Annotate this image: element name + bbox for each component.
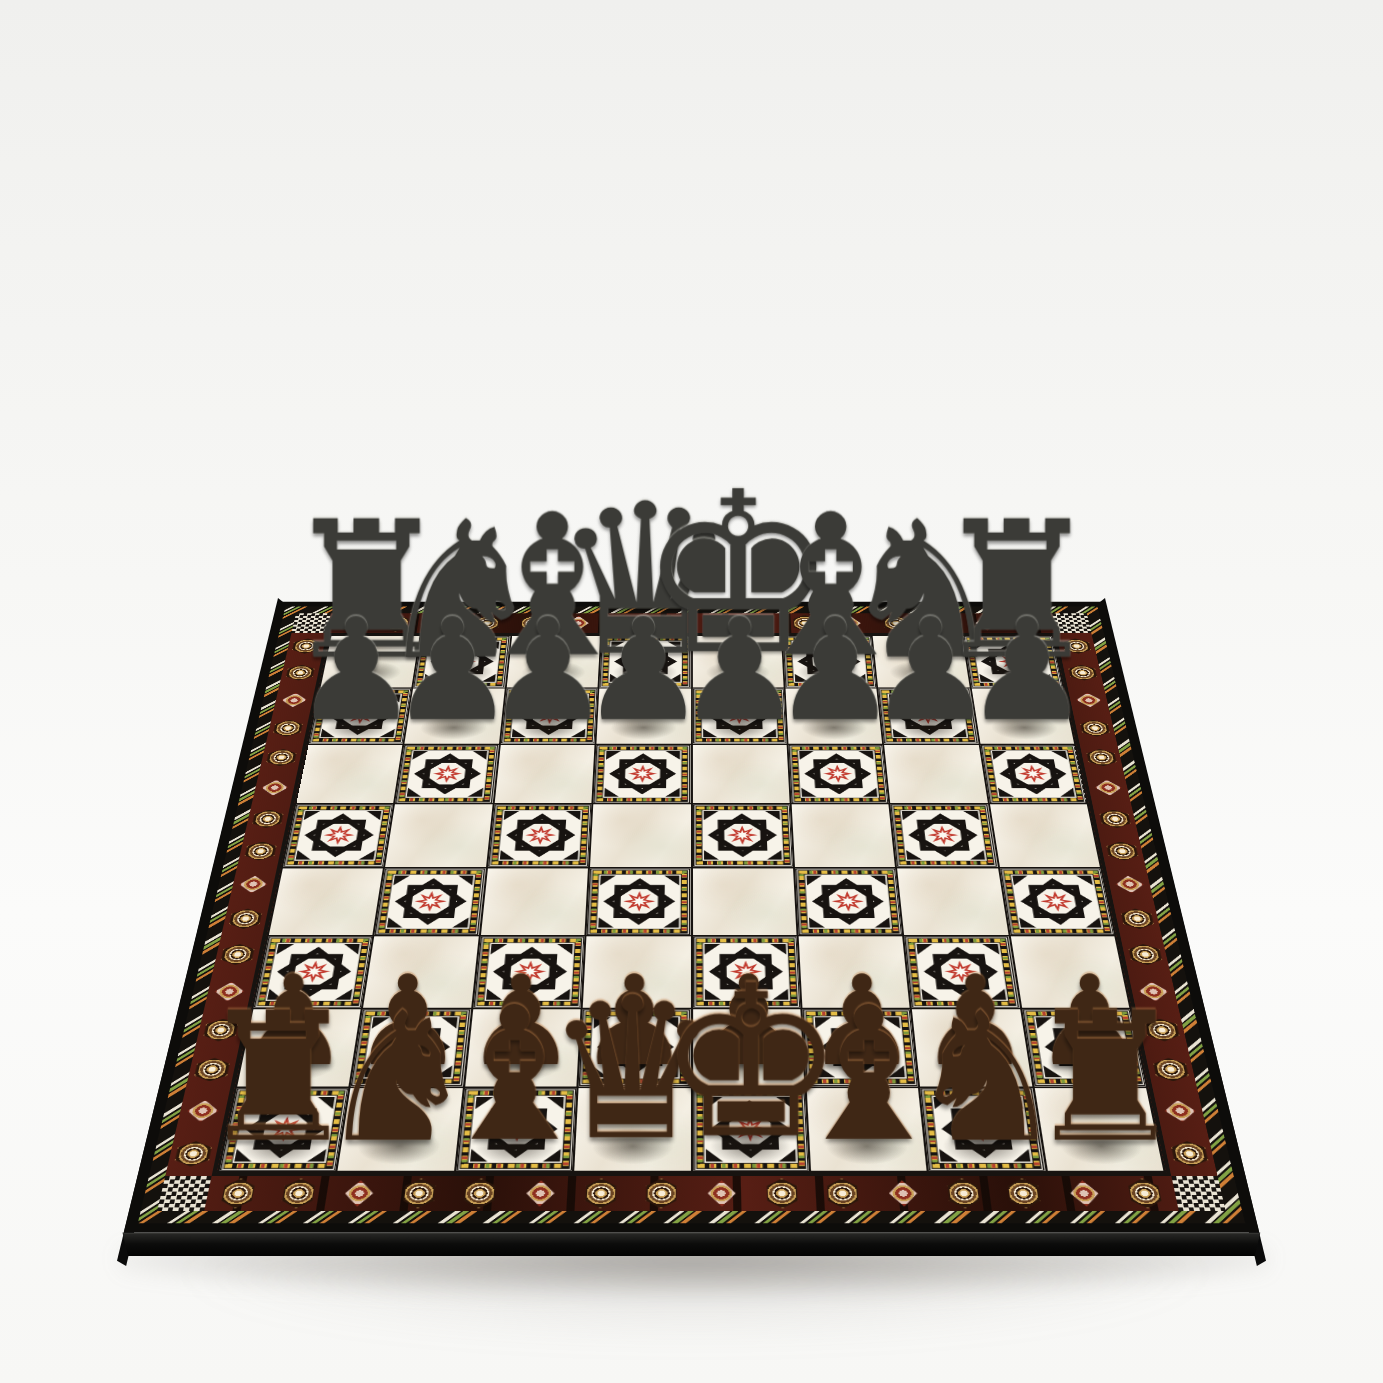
hexagon-rosette-medallion — [1060, 638, 1094, 653]
hexagon-rosette-medallion — [400, 1179, 439, 1209]
square-f4[interactable] — [795, 868, 902, 935]
chess-board: ♜♞♝♛♚♝♞♜♟♟♟♟♟♟♟♟♟♟♟♟♟♟♟♟♜♞♝♛♚♝♞♜ — [124, 602, 1260, 1233]
diamond-motif — [277, 692, 312, 708]
square-f5[interactable] — [792, 804, 896, 866]
hexagon-rosette-medallion — [656, 615, 682, 632]
hexagon-rosette-medallion — [270, 720, 305, 737]
hexagon-rosette-medallion — [1118, 909, 1157, 929]
square-d5[interactable] — [590, 804, 690, 866]
square-g6[interactable] — [884, 745, 987, 803]
diamond-motif — [1090, 779, 1127, 797]
square-a6[interactable] — [296, 745, 402, 803]
diamond-motif — [428, 615, 457, 632]
hexagon-rosette-medallion — [1125, 1179, 1166, 1209]
diamond-motif — [564, 615, 591, 632]
diamond-motif — [704, 1179, 739, 1209]
hexagon-rosette-medallion — [791, 615, 818, 632]
square-c5[interactable] — [488, 804, 592, 866]
hexagon-rosette-medallion — [249, 810, 286, 828]
hexagon-rosette-medallion — [1103, 842, 1141, 861]
square-h1[interactable]: ♜ — [1034, 1088, 1163, 1171]
border-corner-mosaic — [1171, 1176, 1225, 1211]
hexagon-rosette-medallion — [1017, 615, 1047, 632]
hexagon-rosette-medallion — [263, 749, 299, 766]
square-d4[interactable] — [587, 868, 691, 935]
hexagon-rosette-medallion — [1097, 810, 1134, 828]
diamond-motif — [234, 875, 273, 895]
square-c6[interactable] — [494, 745, 594, 803]
board-front-face — [122, 1232, 1260, 1255]
square-h7[interactable]: ♟ — [971, 689, 1074, 744]
border-corner-mosaic — [292, 613, 331, 633]
hexagon-rosette-medallion — [764, 1179, 800, 1209]
diamond-motif — [522, 1179, 559, 1209]
hexagon-rosette-medallion — [1004, 1179, 1043, 1209]
hexagon-rosette-medallion — [746, 615, 773, 632]
hexagon-rosette-medallion — [824, 1179, 861, 1209]
diamond-motif — [972, 615, 1001, 632]
hexagon-rosette-medallion — [1084, 749, 1120, 766]
square-g4[interactable] — [897, 868, 1008, 935]
square-e6[interactable] — [692, 745, 789, 803]
square-g5[interactable] — [891, 804, 998, 866]
hexagon-rosette-medallion — [278, 1179, 318, 1209]
square-h6[interactable] — [980, 745, 1086, 803]
hexagon-rosette-medallion — [643, 1179, 678, 1209]
border-corner-mosaic — [157, 1176, 211, 1211]
hexagon-rosette-medallion — [519, 615, 547, 632]
hexagon-rosette-medallion — [473, 615, 501, 632]
photo-background: ♜♞♝♛♚♝♞♜♟♟♟♟♟♟♟♟♟♟♟♟♟♟♟♟♜♞♝♛♚♝♞♜ — [0, 0, 1383, 1383]
hexagon-rosette-medallion — [583, 1179, 619, 1209]
hexagon-rosette-medallion — [1066, 665, 1100, 681]
square-d6[interactable] — [593, 745, 690, 803]
border-corner-mosaic — [1052, 613, 1091, 633]
square-e5[interactable] — [692, 804, 792, 866]
diamond-motif — [701, 615, 727, 632]
board-scene: ♜♞♝♛♚♝♞♜♟♟♟♟♟♟♟♟♟♟♟♟♟♟♟♟♜♞♝♛♚♝♞♜ — [124, 602, 1260, 1233]
hexagon-rosette-medallion — [944, 1179, 983, 1209]
diamond-motif — [1072, 692, 1107, 708]
piece-white-rook[interactable]: ♜ — [1025, 989, 1185, 1168]
square-h4[interactable] — [1000, 868, 1114, 935]
hexagon-rosette-medallion — [1078, 720, 1113, 737]
hexagon-rosette-medallion — [226, 909, 265, 929]
square-b6[interactable] — [395, 745, 498, 803]
hexagon-rosette-medallion — [289, 638, 323, 653]
medallion-strip-bottom — [204, 1176, 1179, 1211]
hexagon-rosette-medallion — [881, 615, 909, 632]
diamond-motif — [836, 615, 864, 632]
hexagon-rosette-medallion — [927, 615, 956, 632]
hexagon-rosette-medallion — [283, 665, 317, 681]
hexagon-rosette-medallion — [382, 615, 411, 632]
square-a5[interactable] — [283, 804, 393, 866]
square-f6[interactable] — [788, 745, 888, 803]
hexagon-rosette-medallion — [610, 615, 637, 632]
square-b5[interactable] — [385, 804, 492, 866]
hexagon-rosette-medallion — [242, 842, 280, 861]
diamond-motif — [256, 779, 293, 797]
square-c4[interactable] — [481, 868, 588, 935]
square-h5[interactable] — [990, 804, 1100, 866]
diamond-motif — [884, 1179, 922, 1209]
diamond-motif — [1064, 1179, 1104, 1209]
diamond-motif — [1111, 875, 1150, 895]
hexagon-rosette-medallion — [337, 615, 367, 632]
square-b4[interactable] — [375, 868, 486, 935]
hexagon-rosette-medallion — [218, 1179, 259, 1209]
hexagon-rosette-medallion — [461, 1179, 499, 1209]
square-a4[interactable] — [269, 868, 383, 935]
square-e4[interactable] — [693, 868, 797, 935]
diamond-motif — [339, 1179, 378, 1209]
medallion-strip-top — [327, 613, 1057, 633]
